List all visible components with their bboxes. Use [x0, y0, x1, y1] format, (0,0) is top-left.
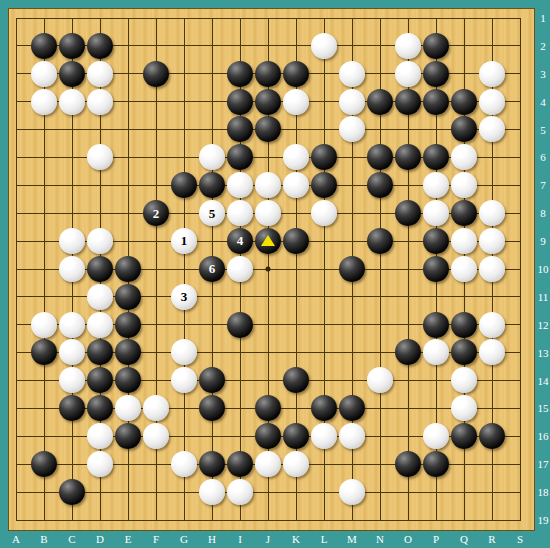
stone-black[interactable]	[31, 451, 57, 477]
stone-white[interactable]	[451, 367, 477, 393]
row-label: 7	[536, 179, 550, 191]
move-number-label: 4	[237, 234, 244, 247]
stone-black[interactable]	[283, 228, 309, 254]
stone-black[interactable]	[451, 423, 477, 449]
stone-white[interactable]	[87, 423, 113, 449]
stone-black[interactable]	[283, 367, 309, 393]
board-stones-grid[interactable]: 251463	[2, 4, 534, 534]
stone-white[interactable]	[339, 61, 365, 87]
stone-black[interactable]	[31, 339, 57, 365]
stone-white[interactable]	[59, 228, 85, 254]
stone-black[interactable]	[87, 339, 113, 365]
stone-black[interactable]	[227, 144, 253, 170]
stone-black[interactable]	[31, 33, 57, 59]
stone-black[interactable]	[255, 116, 281, 142]
stone-white[interactable]	[59, 89, 85, 115]
stone-black[interactable]	[395, 339, 421, 365]
stone-black[interactable]	[423, 228, 449, 254]
stone-black[interactable]	[227, 116, 253, 142]
row-label: 3	[536, 68, 550, 80]
column-label: S	[510, 533, 530, 545]
stone-white[interactable]	[339, 479, 365, 505]
stone-black[interactable]	[423, 61, 449, 87]
stone-black[interactable]	[255, 423, 281, 449]
column-label: B	[34, 533, 54, 545]
stone-white[interactable]	[479, 256, 505, 282]
stone-white[interactable]	[283, 451, 309, 477]
stone-white[interactable]	[171, 367, 197, 393]
stone-white[interactable]	[283, 89, 309, 115]
stone-black[interactable]	[199, 172, 225, 198]
stone-black[interactable]	[87, 256, 113, 282]
stone-white[interactable]: 1	[171, 228, 197, 254]
stone-black[interactable]	[423, 144, 449, 170]
stone-black[interactable]: 2	[143, 200, 169, 226]
stone-black[interactable]	[171, 172, 197, 198]
stone-black[interactable]	[227, 312, 253, 338]
stone-black[interactable]	[115, 423, 141, 449]
move-number-label: 3	[181, 290, 188, 303]
column-label: G	[174, 533, 194, 545]
stone-black[interactable]	[115, 284, 141, 310]
row-label: 8	[536, 207, 550, 219]
stone-black[interactable]	[115, 256, 141, 282]
screenshot-root: 251463 ABCDEFGHIJKLMNOPQRS 1234567891011…	[0, 0, 550, 548]
stone-black[interactable]: 4	[227, 228, 253, 254]
stone-black[interactable]	[367, 144, 393, 170]
row-label: 9	[536, 235, 550, 247]
stone-black[interactable]	[143, 61, 169, 87]
stone-white[interactable]	[171, 451, 197, 477]
stone-black[interactable]	[283, 61, 309, 87]
stone-white[interactable]	[311, 200, 337, 226]
row-label: 19	[536, 514, 550, 526]
row-label: 18	[536, 486, 550, 498]
stone-white[interactable]	[283, 144, 309, 170]
stone-black[interactable]	[423, 89, 449, 115]
column-label: F	[146, 533, 166, 545]
stone-black[interactable]	[115, 312, 141, 338]
stone-white[interactable]	[87, 61, 113, 87]
stone-black[interactable]	[59, 479, 85, 505]
move-number-label: 5	[209, 207, 216, 220]
stone-black[interactable]	[423, 312, 449, 338]
row-label: 12	[536, 319, 550, 331]
stone-white[interactable]	[31, 312, 57, 338]
row-label: 16	[536, 430, 550, 442]
stone-white[interactable]	[479, 89, 505, 115]
stone-white[interactable]	[255, 172, 281, 198]
stone-white[interactable]	[143, 423, 169, 449]
column-label: K	[286, 533, 306, 545]
stone-black[interactable]	[339, 256, 365, 282]
row-label: 15	[536, 402, 550, 414]
stone-black[interactable]	[423, 451, 449, 477]
stone-black[interactable]	[339, 395, 365, 421]
stone-black[interactable]: 6	[199, 256, 225, 282]
stone-white[interactable]	[199, 144, 225, 170]
stone-white[interactable]	[87, 312, 113, 338]
stone-black[interactable]	[451, 89, 477, 115]
stone-black[interactable]	[395, 89, 421, 115]
column-label: L	[314, 533, 334, 545]
stone-black[interactable]	[311, 144, 337, 170]
stone-black[interactable]	[451, 200, 477, 226]
column-label: Q	[454, 533, 474, 545]
column-label: D	[90, 533, 110, 545]
stone-white[interactable]	[423, 172, 449, 198]
stone-white[interactable]	[59, 339, 85, 365]
stone-white[interactable]	[395, 33, 421, 59]
stone-black[interactable]	[395, 451, 421, 477]
row-label: 4	[536, 96, 550, 108]
stone-white[interactable]	[115, 395, 141, 421]
stone-black[interactable]	[423, 33, 449, 59]
stone-black[interactable]	[367, 89, 393, 115]
stone-black[interactable]	[199, 367, 225, 393]
stone-white[interactable]	[31, 89, 57, 115]
row-label: 1	[536, 12, 550, 24]
stone-white[interactable]: 3	[171, 284, 197, 310]
stone-black[interactable]	[311, 395, 337, 421]
stone-black[interactable]	[255, 61, 281, 87]
stone-black[interactable]	[255, 395, 281, 421]
stone-white[interactable]	[479, 228, 505, 254]
stone-white[interactable]	[423, 423, 449, 449]
column-label: I	[230, 533, 250, 545]
stone-white[interactable]	[451, 144, 477, 170]
stone-white[interactable]	[283, 172, 309, 198]
stone-white[interactable]	[479, 200, 505, 226]
row-label: 2	[536, 40, 550, 52]
stone-white[interactable]	[87, 228, 113, 254]
stone-white[interactable]	[479, 312, 505, 338]
stone-white[interactable]	[171, 339, 197, 365]
column-label: C	[62, 533, 82, 545]
stone-white[interactable]	[227, 256, 253, 282]
stone-black[interactable]	[367, 228, 393, 254]
stone-black[interactable]	[59, 33, 85, 59]
stone-black[interactable]	[115, 339, 141, 365]
stone-black[interactable]	[227, 451, 253, 477]
stone-white[interactable]	[479, 116, 505, 142]
row-label: 13	[536, 347, 550, 359]
stone-black[interactable]	[59, 61, 85, 87]
stone-white[interactable]	[59, 312, 85, 338]
row-label: 17	[536, 458, 550, 470]
move-number-label: 1	[181, 234, 188, 247]
triangle-marker-icon	[261, 235, 275, 246]
column-label: O	[398, 533, 418, 545]
row-label: 11	[536, 291, 550, 303]
stone-white[interactable]	[423, 200, 449, 226]
stone-white[interactable]	[395, 61, 421, 87]
stone-black[interactable]	[227, 89, 253, 115]
move-number-label: 6	[209, 262, 216, 275]
stone-white[interactable]	[339, 423, 365, 449]
stone-white[interactable]	[311, 33, 337, 59]
stone-white[interactable]	[87, 284, 113, 310]
row-label: 6	[536, 151, 550, 163]
stone-black[interactable]	[395, 200, 421, 226]
column-label: A	[6, 533, 26, 545]
stone-black[interactable]	[199, 451, 225, 477]
stone-white[interactable]	[451, 172, 477, 198]
stone-black[interactable]	[59, 395, 85, 421]
stone-black[interactable]	[87, 395, 113, 421]
stone-black[interactable]	[115, 367, 141, 393]
stone-black[interactable]	[255, 89, 281, 115]
stone-white[interactable]	[451, 395, 477, 421]
stone-white[interactable]	[311, 423, 337, 449]
column-label: P	[426, 533, 446, 545]
stone-black[interactable]	[283, 423, 309, 449]
stone-white[interactable]	[199, 479, 225, 505]
stone-white[interactable]	[423, 339, 449, 365]
stone-black[interactable]	[395, 144, 421, 170]
stone-black[interactable]	[423, 256, 449, 282]
stone-black[interactable]	[255, 228, 281, 254]
stone-black[interactable]	[451, 116, 477, 142]
stone-white[interactable]	[227, 200, 253, 226]
stone-white[interactable]	[143, 395, 169, 421]
row-label: 5	[536, 124, 550, 136]
stone-black[interactable]	[451, 312, 477, 338]
stone-black[interactable]	[227, 61, 253, 87]
stone-white[interactable]	[87, 144, 113, 170]
stone-white[interactable]	[367, 367, 393, 393]
stone-black[interactable]	[87, 367, 113, 393]
stone-black[interactable]	[479, 423, 505, 449]
stone-white[interactable]	[87, 89, 113, 115]
row-label: 10	[536, 263, 550, 275]
column-label: N	[370, 533, 390, 545]
stone-black[interactable]	[311, 172, 337, 198]
stone-white[interactable]	[59, 367, 85, 393]
stone-black[interactable]	[199, 395, 225, 421]
stone-white[interactable]	[31, 61, 57, 87]
stone-white[interactable]	[479, 339, 505, 365]
stone-black[interactable]	[451, 339, 477, 365]
move-number-label: 2	[153, 207, 160, 220]
stone-white[interactable]	[255, 200, 281, 226]
stone-white[interactable]	[87, 451, 113, 477]
column-label: H	[202, 533, 222, 545]
stone-white[interactable]	[227, 479, 253, 505]
stone-white[interactable]	[59, 256, 85, 282]
column-label: M	[342, 533, 362, 545]
stone-white[interactable]	[339, 89, 365, 115]
row-label: 14	[536, 375, 550, 387]
stone-black[interactable]	[367, 172, 393, 198]
stone-white[interactable]	[339, 116, 365, 142]
stone-white[interactable]	[479, 61, 505, 87]
stone-white[interactable]: 5	[199, 200, 225, 226]
column-label: E	[118, 533, 138, 545]
column-label: R	[482, 533, 502, 545]
stone-white[interactable]	[227, 172, 253, 198]
column-label: J	[258, 533, 278, 545]
stone-white[interactable]	[255, 451, 281, 477]
stone-black[interactable]	[87, 33, 113, 59]
stone-white[interactable]	[451, 256, 477, 282]
stone-white[interactable]	[451, 228, 477, 254]
